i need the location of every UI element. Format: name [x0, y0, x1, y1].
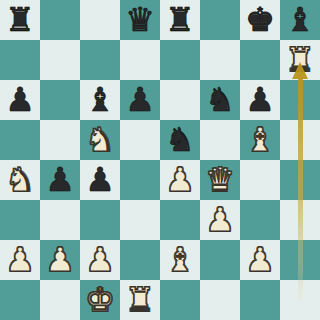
square-g8[interactable]: ♚	[240, 0, 280, 40]
square-h8[interactable]: ♝	[280, 0, 320, 40]
square-a5[interactable]	[0, 120, 40, 160]
square-c2[interactable]: ♟	[80, 240, 120, 280]
square-a2[interactable]: ♟	[0, 240, 40, 280]
square-g6[interactable]: ♟	[240, 80, 280, 120]
square-e4[interactable]: ♟	[160, 160, 200, 200]
square-e1[interactable]	[160, 280, 200, 320]
square-d2[interactable]	[120, 240, 160, 280]
square-c8[interactable]	[80, 0, 120, 40]
square-g7[interactable]	[240, 40, 280, 80]
piece-black-pawn[interactable]: ♟	[5, 80, 35, 120]
square-f1[interactable]	[200, 280, 240, 320]
square-h6[interactable]	[280, 80, 320, 120]
square-a4[interactable]: ♞	[0, 160, 40, 200]
chess-board: ♜♛♜♚♝♜♟♝♟♞♟♞♞♝♞♟♟♟♛♟♟♟♟♝♟♚♜	[0, 0, 320, 320]
piece-white-rook[interactable]: ♜	[285, 40, 315, 80]
piece-white-rook[interactable]: ♜	[125, 280, 155, 320]
square-g5[interactable]: ♝	[240, 120, 280, 160]
square-h7[interactable]: ♜	[280, 40, 320, 80]
square-h3[interactable]	[280, 200, 320, 240]
square-f3[interactable]: ♟	[200, 200, 240, 240]
square-e5[interactable]: ♞	[160, 120, 200, 160]
square-c1[interactable]: ♚	[80, 280, 120, 320]
square-h1[interactable]	[280, 280, 320, 320]
piece-white-bishop[interactable]: ♝	[245, 120, 275, 160]
square-b3[interactable]	[40, 200, 80, 240]
square-c6[interactable]: ♝	[80, 80, 120, 120]
piece-white-bishop[interactable]: ♝	[165, 240, 195, 280]
square-f4[interactable]: ♛	[200, 160, 240, 200]
piece-black-knight[interactable]: ♞	[165, 120, 195, 160]
piece-black-bishop[interactable]: ♝	[285, 0, 315, 40]
square-e7[interactable]	[160, 40, 200, 80]
piece-white-pawn[interactable]: ♟	[245, 240, 275, 280]
piece-white-pawn[interactable]: ♟	[165, 160, 195, 200]
piece-black-rook[interactable]: ♜	[5, 0, 35, 40]
square-g1[interactable]	[240, 280, 280, 320]
square-f6[interactable]: ♞	[200, 80, 240, 120]
square-b8[interactable]	[40, 0, 80, 40]
piece-black-pawn[interactable]: ♟	[245, 80, 275, 120]
piece-black-pawn[interactable]: ♟	[45, 160, 75, 200]
square-a1[interactable]	[0, 280, 40, 320]
piece-black-king[interactable]: ♚	[245, 0, 275, 40]
square-f2[interactable]	[200, 240, 240, 280]
square-g4[interactable]	[240, 160, 280, 200]
piece-white-knight[interactable]: ♞	[85, 120, 115, 160]
square-h4[interactable]	[280, 160, 320, 200]
piece-white-pawn[interactable]: ♟	[205, 200, 235, 240]
piece-black-pawn[interactable]: ♟	[125, 80, 155, 120]
square-d5[interactable]	[120, 120, 160, 160]
piece-black-queen[interactable]: ♛	[125, 0, 155, 40]
piece-black-knight[interactable]: ♞	[205, 80, 235, 120]
square-h2[interactable]	[280, 240, 320, 280]
square-c3[interactable]	[80, 200, 120, 240]
square-d1[interactable]: ♜	[120, 280, 160, 320]
square-c7[interactable]	[80, 40, 120, 80]
square-f5[interactable]	[200, 120, 240, 160]
square-d8[interactable]: ♛	[120, 0, 160, 40]
square-a8[interactable]: ♜	[0, 0, 40, 40]
square-a7[interactable]	[0, 40, 40, 80]
square-e6[interactable]	[160, 80, 200, 120]
square-d4[interactable]	[120, 160, 160, 200]
piece-white-pawn[interactable]: ♟	[45, 240, 75, 280]
square-b7[interactable]	[40, 40, 80, 80]
square-b6[interactable]	[40, 80, 80, 120]
square-a6[interactable]: ♟	[0, 80, 40, 120]
square-e8[interactable]: ♜	[160, 0, 200, 40]
square-d7[interactable]	[120, 40, 160, 80]
square-b4[interactable]: ♟	[40, 160, 80, 200]
square-b5[interactable]	[40, 120, 80, 160]
piece-white-pawn[interactable]: ♟	[85, 240, 115, 280]
square-e3[interactable]	[160, 200, 200, 240]
piece-white-king[interactable]: ♚	[85, 280, 115, 320]
square-f8[interactable]	[200, 0, 240, 40]
piece-black-rook[interactable]: ♜	[165, 0, 195, 40]
square-c5[interactable]: ♞	[80, 120, 120, 160]
piece-black-bishop[interactable]: ♝	[85, 80, 115, 120]
square-d3[interactable]	[120, 200, 160, 240]
square-a3[interactable]	[0, 200, 40, 240]
square-h5[interactable]	[280, 120, 320, 160]
square-b1[interactable]	[40, 280, 80, 320]
square-c4[interactable]: ♟	[80, 160, 120, 200]
square-f7[interactable]	[200, 40, 240, 80]
piece-white-knight[interactable]: ♞	[5, 160, 35, 200]
piece-white-pawn[interactable]: ♟	[5, 240, 35, 280]
square-g3[interactable]	[240, 200, 280, 240]
square-d6[interactable]: ♟	[120, 80, 160, 120]
square-g2[interactable]: ♟	[240, 240, 280, 280]
piece-white-queen[interactable]: ♛	[205, 160, 235, 200]
piece-black-pawn[interactable]: ♟	[85, 160, 115, 200]
square-b2[interactable]: ♟	[40, 240, 80, 280]
square-e2[interactable]: ♝	[160, 240, 200, 280]
